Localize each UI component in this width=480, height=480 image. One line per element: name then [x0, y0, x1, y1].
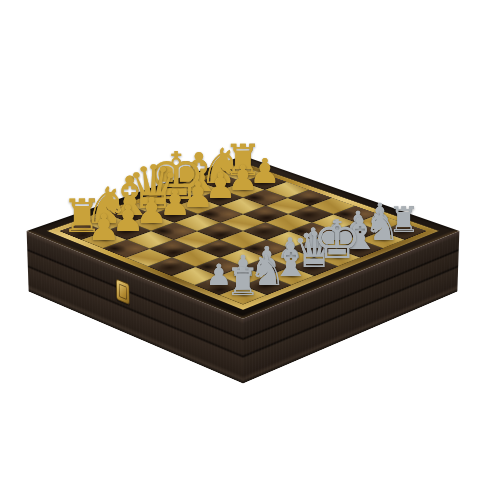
- piece-gold-pawn-a2[interactable]: ♟: [64, 210, 144, 246]
- piece-silver-rook-a8[interactable]: ♜: [203, 264, 283, 301]
- chess-set-product-photo: ♜♞♝♛♚♝♞♜♟♟♟♟♟♟♟♟♟♟♟♟♟♟♟♟♜♞♝♛♚♝♞♜: [0, 0, 480, 480]
- brass-latch[interactable]: [116, 279, 130, 305]
